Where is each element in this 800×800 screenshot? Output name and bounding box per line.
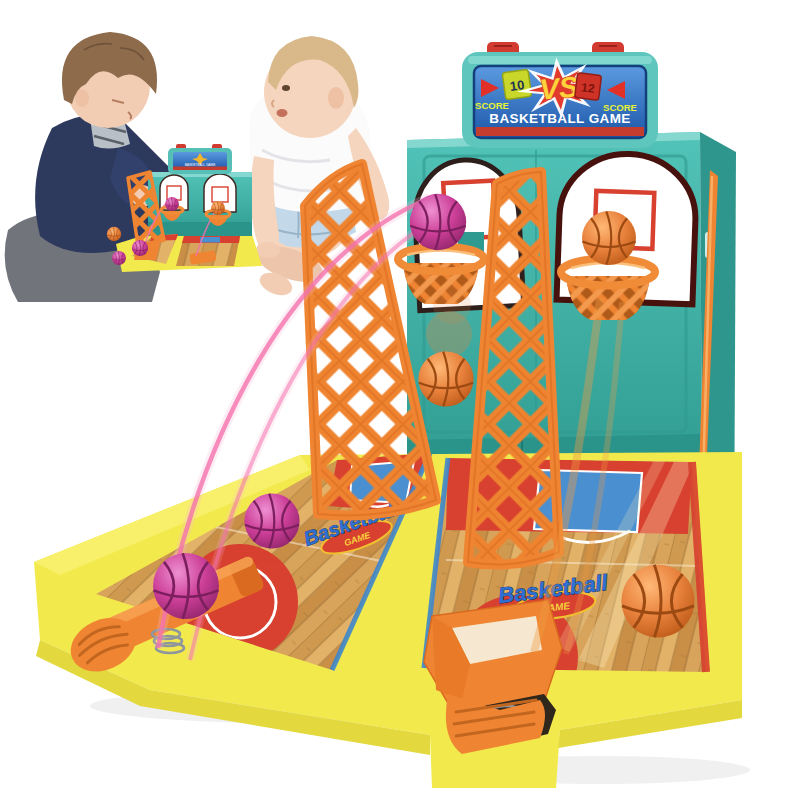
small-pink-ball-floor-2 — [112, 251, 126, 265]
mini-ball-pink-left-basket — [165, 197, 179, 211]
baby-mouth — [277, 109, 288, 117]
small-red-ball-floor — [107, 227, 121, 241]
ball-pink-left-basket — [410, 194, 466, 250]
vs-text: VS — [538, 70, 580, 105]
boy-ear — [75, 89, 89, 107]
scoreboard-title: BASKETBALL GAME — [489, 111, 631, 126]
baby-left-hand — [256, 242, 280, 258]
ball-orange-midair — [418, 351, 473, 406]
baby-ear — [328, 87, 344, 109]
ball-pink-left-launcher — [153, 553, 219, 619]
scene: BASKETBALL GAME SCORE 10 — [0, 0, 800, 800]
right-score-card: 12 — [575, 73, 602, 101]
mini-ball-orange-right-basket — [211, 201, 225, 215]
ball-motion-ghost-2 — [433, 286, 471, 324]
left-score-label: SCORE — [475, 100, 509, 111]
scoreboard-highlight — [468, 56, 652, 64]
left-score-card: 10 — [502, 69, 532, 99]
scoreboard-red-stripe — [476, 127, 644, 136]
scoreboard: SCORE 10 VS 12 SCORE BASKETBALL GAME — [462, 42, 658, 148]
product-photo: BASKETBALL GAME SCORE 10 — [0, 0, 800, 800]
mini-scoreboard: BASKETBALL GAME — [168, 144, 232, 174]
ball-orange-right-lane — [621, 564, 694, 637]
baby-eye — [282, 85, 290, 91]
right-score-value: 12 — [580, 80, 595, 96]
ball-pink-left-lane — [244, 493, 299, 548]
small-pink-ball-floor-1 — [132, 240, 148, 256]
mini-scoreboard-title: BASKETBALL GAME — [185, 163, 216, 167]
ball-orange-right-basket — [582, 211, 636, 265]
